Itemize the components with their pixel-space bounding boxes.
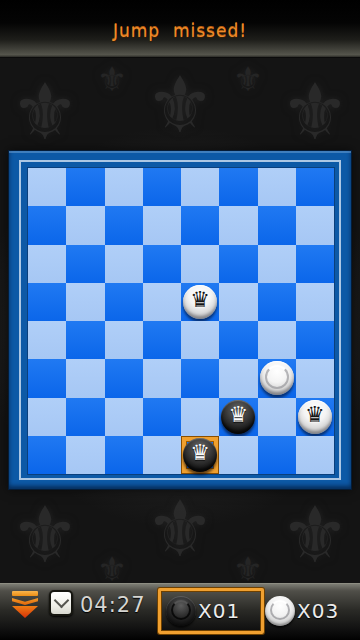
board-cell[interactable] (105, 283, 143, 321)
damask-ornament (280, 490, 350, 580)
board-cell[interactable] (258, 206, 296, 244)
board-cell[interactable] (105, 398, 143, 436)
board-cell[interactable] (28, 206, 66, 244)
board-cell[interactable] (258, 245, 296, 283)
board-cell[interactable] (143, 436, 181, 474)
board-cell[interactable] (181, 359, 219, 397)
board-cell[interactable] (181, 206, 219, 244)
board-cell[interactable] (181, 245, 219, 283)
board-cell[interactable] (105, 321, 143, 359)
white-pieces-counter: X03 (263, 588, 355, 634)
white-king-piece[interactable]: ♛ (298, 400, 332, 434)
board-cell[interactable]: ♛ (219, 398, 257, 436)
white-count-label: X03 (297, 599, 339, 623)
board-cell[interactable] (258, 168, 296, 206)
board-cell[interactable] (28, 283, 66, 321)
board-cell[interactable] (219, 168, 257, 206)
damask-ornament (145, 484, 215, 574)
board-cell[interactable] (28, 398, 66, 436)
board-cell[interactable] (296, 168, 334, 206)
board-cell[interactable] (219, 359, 257, 397)
board-cell[interactable]: ♛ (181, 283, 219, 321)
black-count-label: X01 (198, 599, 240, 623)
board-cell[interactable] (28, 359, 66, 397)
board-cell[interactable] (28, 245, 66, 283)
board-cell[interactable] (296, 359, 334, 397)
board-cell[interactable]: ♛ (181, 436, 219, 474)
board-cell[interactable] (219, 436, 257, 474)
board-cell[interactable] (143, 283, 181, 321)
game-screen: Jump missed! ♛♛♛♛ 04:27 X01 X03 (0, 0, 360, 640)
damask-ornament (280, 67, 350, 157)
damask-ornament (97, 59, 127, 99)
message-text: Jump missed! (0, 21, 360, 41)
damask-ornament (233, 59, 263, 99)
board-cell[interactable] (258, 359, 296, 397)
board-cell[interactable] (219, 245, 257, 283)
board-cell[interactable] (66, 398, 104, 436)
board-cell[interactable] (258, 398, 296, 436)
board-cell[interactable] (296, 245, 334, 283)
white-king-piece[interactable]: ♛ (183, 285, 217, 319)
game-timer: 04:27 (80, 593, 146, 617)
message-bar: Jump missed! (0, 0, 360, 58)
board-cell[interactable] (66, 436, 104, 474)
board-cell[interactable] (66, 283, 104, 321)
board-cell[interactable] (181, 398, 219, 436)
board-squares: ♛♛♛♛ (27, 167, 335, 475)
white-piece-icon (265, 596, 295, 626)
board-cell[interactable] (258, 283, 296, 321)
board-cell[interactable]: ♛ (296, 398, 334, 436)
board-cell[interactable] (66, 206, 104, 244)
checkers-board: ♛♛♛♛ (8, 150, 352, 490)
damask-ornament (233, 549, 263, 583)
board-cell[interactable] (28, 168, 66, 206)
board-cell[interactable] (219, 321, 257, 359)
board-cell[interactable] (258, 436, 296, 474)
damask-ornament (97, 549, 127, 583)
board-cell[interactable] (181, 168, 219, 206)
board-cell[interactable] (258, 321, 296, 359)
board-cell[interactable] (143, 168, 181, 206)
crown-icon: ♛ (190, 289, 210, 311)
board-cell[interactable] (66, 168, 104, 206)
board-cell[interactable] (105, 206, 143, 244)
chevron-box-icon[interactable] (49, 590, 73, 616)
white-man-piece[interactable] (260, 361, 294, 395)
board-cell[interactable] (28, 436, 66, 474)
board-cell[interactable] (296, 283, 334, 321)
black-piece-icon (166, 596, 196, 626)
board-cell[interactable] (28, 321, 66, 359)
board-cell[interactable] (143, 398, 181, 436)
board-cell[interactable] (105, 245, 143, 283)
board-cell[interactable] (66, 245, 104, 283)
chevron-down-icon (53, 593, 69, 609)
board-cell[interactable] (105, 359, 143, 397)
board-cell[interactable] (296, 436, 334, 474)
board-cell[interactable] (296, 321, 334, 359)
damask-ornament (10, 490, 80, 580)
crown-icon: ♛ (190, 442, 210, 464)
board-cell[interactable] (66, 359, 104, 397)
board-cell[interactable] (219, 206, 257, 244)
black-king-piece[interactable]: ♛ (221, 400, 255, 434)
status-bar: 04:27 X01 X03 (0, 583, 360, 640)
crown-icon: ♛ (305, 404, 325, 426)
board-cell[interactable] (143, 359, 181, 397)
black-pieces-counter: X01 (158, 588, 264, 634)
crown-icon: ♛ (229, 404, 249, 426)
board-cell[interactable] (181, 321, 219, 359)
board-cell[interactable] (143, 321, 181, 359)
black-king-piece[interactable]: ♛ (183, 438, 217, 472)
board-cell[interactable] (219, 283, 257, 321)
damask-ornament (145, 60, 215, 150)
board-cell[interactable] (143, 206, 181, 244)
damask-ornament (10, 67, 80, 157)
board-cell[interactable] (105, 168, 143, 206)
board-cell[interactable] (296, 206, 334, 244)
board-cell[interactable] (105, 436, 143, 474)
board-cell[interactable] (143, 245, 181, 283)
turn-indicator-icon (12, 591, 38, 618)
board-cell[interactable] (66, 321, 104, 359)
